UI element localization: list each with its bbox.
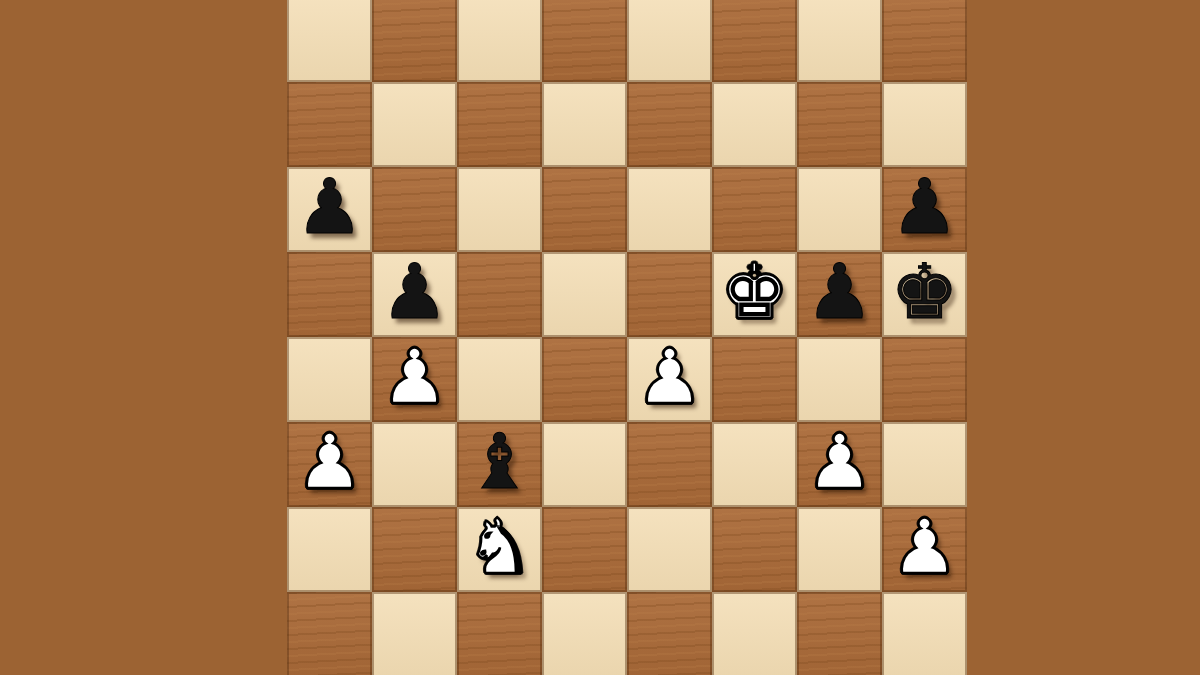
square-a8[interactable] xyxy=(287,0,372,82)
square-b4[interactable]: ♟ xyxy=(372,337,457,422)
black-pawn: ♟ xyxy=(295,164,363,249)
square-h3[interactable] xyxy=(882,422,967,507)
square-d5[interactable] xyxy=(542,252,627,337)
square-g6[interactable] xyxy=(797,167,882,252)
square-d6[interactable] xyxy=(542,167,627,252)
square-e5[interactable] xyxy=(627,252,712,337)
square-b5[interactable]: ♟ xyxy=(372,252,457,337)
square-e6[interactable] xyxy=(627,167,712,252)
white-knight: ♞ xyxy=(465,504,533,589)
black-pawn: ♟ xyxy=(890,164,958,249)
chess-board: ♟♟♟♚♟♚♟♟♟♝♟♞♟ xyxy=(287,0,967,675)
square-b2[interactable] xyxy=(372,507,457,592)
square-b8[interactable] xyxy=(372,0,457,82)
square-b1[interactable] xyxy=(372,592,457,675)
square-a2[interactable] xyxy=(287,507,372,592)
square-e2[interactable] xyxy=(627,507,712,592)
square-c4[interactable] xyxy=(457,337,542,422)
square-h1[interactable] xyxy=(882,592,967,675)
square-b7[interactable] xyxy=(372,82,457,167)
square-a4[interactable] xyxy=(287,337,372,422)
square-c1[interactable] xyxy=(457,592,542,675)
square-c8[interactable] xyxy=(457,0,542,82)
black-king: ♚ xyxy=(890,249,958,334)
square-g7[interactable] xyxy=(797,82,882,167)
white-king: ♚ xyxy=(720,249,788,334)
white-pawn: ♟ xyxy=(635,334,703,419)
square-e7[interactable] xyxy=(627,82,712,167)
square-g1[interactable] xyxy=(797,592,882,675)
square-d3[interactable] xyxy=(542,422,627,507)
square-f3[interactable] xyxy=(712,422,797,507)
square-h6[interactable]: ♟ xyxy=(882,167,967,252)
square-g4[interactable] xyxy=(797,337,882,422)
white-pawn: ♟ xyxy=(890,504,958,589)
white-pawn: ♟ xyxy=(805,419,873,504)
square-h7[interactable] xyxy=(882,82,967,167)
square-d8[interactable] xyxy=(542,0,627,82)
square-g2[interactable] xyxy=(797,507,882,592)
white-pawn: ♟ xyxy=(295,419,363,504)
square-e4[interactable]: ♟ xyxy=(627,337,712,422)
square-c3[interactable]: ♝ xyxy=(457,422,542,507)
square-f7[interactable] xyxy=(712,82,797,167)
square-c6[interactable] xyxy=(457,167,542,252)
square-c7[interactable] xyxy=(457,82,542,167)
square-a3[interactable]: ♟ xyxy=(287,422,372,507)
square-h8[interactable] xyxy=(882,0,967,82)
square-g3[interactable]: ♟ xyxy=(797,422,882,507)
square-a1[interactable] xyxy=(287,592,372,675)
square-d2[interactable] xyxy=(542,507,627,592)
square-c2[interactable]: ♞ xyxy=(457,507,542,592)
square-d7[interactable] xyxy=(542,82,627,167)
black-pawn: ♟ xyxy=(805,249,873,334)
square-e1[interactable] xyxy=(627,592,712,675)
square-e8[interactable] xyxy=(627,0,712,82)
square-f4[interactable] xyxy=(712,337,797,422)
black-bishop: ♝ xyxy=(465,419,533,504)
page-background: { "game": "chess", "position": { "fen": … xyxy=(0,0,1200,675)
square-d1[interactable] xyxy=(542,592,627,675)
square-h4[interactable] xyxy=(882,337,967,422)
square-g8[interactable] xyxy=(797,0,882,82)
square-c5[interactable] xyxy=(457,252,542,337)
square-b6[interactable] xyxy=(372,167,457,252)
square-a5[interactable] xyxy=(287,252,372,337)
square-b3[interactable] xyxy=(372,422,457,507)
square-f1[interactable] xyxy=(712,592,797,675)
white-pawn: ♟ xyxy=(380,334,448,419)
square-h5[interactable]: ♚ xyxy=(882,252,967,337)
square-f2[interactable] xyxy=(712,507,797,592)
square-h2[interactable]: ♟ xyxy=(882,507,967,592)
square-g5[interactable]: ♟ xyxy=(797,252,882,337)
square-f6[interactable] xyxy=(712,167,797,252)
square-d4[interactable] xyxy=(542,337,627,422)
black-pawn: ♟ xyxy=(380,249,448,334)
square-f5[interactable]: ♚ xyxy=(712,252,797,337)
square-f8[interactable] xyxy=(712,0,797,82)
square-a6[interactable]: ♟ xyxy=(287,167,372,252)
square-e3[interactable] xyxy=(627,422,712,507)
square-a7[interactable] xyxy=(287,82,372,167)
